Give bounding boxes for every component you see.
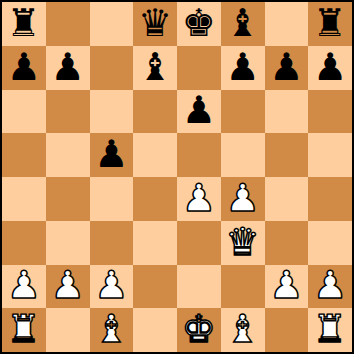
- square-h5[interactable]: [308, 133, 352, 177]
- square-g5[interactable]: [265, 133, 309, 177]
- square-c2[interactable]: ♟: [90, 265, 134, 309]
- square-f7[interactable]: ♟: [221, 46, 265, 90]
- piece-white-rook[interactable]: ♜: [7, 310, 41, 348]
- square-b8[interactable]: [46, 2, 90, 46]
- square-a5[interactable]: [2, 133, 46, 177]
- piece-white-pawn[interactable]: ♟: [7, 266, 41, 304]
- square-g3[interactable]: [265, 221, 309, 265]
- piece-black-pawn[interactable]: ♟: [269, 48, 303, 86]
- piece-white-bishop[interactable]: ♝: [94, 310, 128, 348]
- square-a1[interactable]: ♜: [2, 308, 46, 352]
- piece-white-queen[interactable]: ♛: [226, 223, 260, 261]
- square-e5[interactable]: [177, 133, 221, 177]
- square-e6[interactable]: ♟: [177, 90, 221, 134]
- square-a8[interactable]: ♜: [2, 2, 46, 46]
- piece-black-king[interactable]: ♚: [182, 4, 216, 42]
- square-g8[interactable]: [265, 2, 309, 46]
- square-d1[interactable]: [133, 308, 177, 352]
- piece-black-rook[interactable]: ♜: [313, 4, 347, 42]
- square-b5[interactable]: [46, 133, 90, 177]
- square-g2[interactable]: ♟: [265, 265, 309, 309]
- square-a6[interactable]: [2, 90, 46, 134]
- piece-black-pawn[interactable]: ♟: [313, 48, 347, 86]
- square-d6[interactable]: [133, 90, 177, 134]
- square-g1[interactable]: [265, 308, 309, 352]
- piece-white-pawn[interactable]: ♟: [313, 266, 347, 304]
- piece-black-pawn[interactable]: ♟: [226, 48, 260, 86]
- square-c8[interactable]: [90, 2, 134, 46]
- piece-white-pawn[interactable]: ♟: [94, 266, 128, 304]
- square-b1[interactable]: [46, 308, 90, 352]
- square-e4[interactable]: ♟: [177, 177, 221, 221]
- square-b6[interactable]: [46, 90, 90, 134]
- square-h7[interactable]: ♟: [308, 46, 352, 90]
- square-a2[interactable]: ♟: [2, 265, 46, 309]
- piece-black-pawn[interactable]: ♟: [182, 91, 216, 129]
- piece-black-pawn[interactable]: ♟: [51, 48, 85, 86]
- square-f8[interactable]: ♝: [221, 2, 265, 46]
- square-h6[interactable]: [308, 90, 352, 134]
- square-e8[interactable]: ♚: [177, 2, 221, 46]
- piece-black-pawn[interactable]: ♟: [7, 48, 41, 86]
- piece-black-pawn[interactable]: ♟: [94, 135, 128, 173]
- square-f5[interactable]: [221, 133, 265, 177]
- square-a4[interactable]: [2, 177, 46, 221]
- square-f4[interactable]: ♟: [221, 177, 265, 221]
- square-b7[interactable]: ♟: [46, 46, 90, 90]
- square-d2[interactable]: [133, 265, 177, 309]
- square-f2[interactable]: [221, 265, 265, 309]
- square-h4[interactable]: [308, 177, 352, 221]
- chess-board: ♜♛♚♝♜♟♟♝♟♟♟♟♟♟♟♛♟♟♟♟♟♜♝♚♝♜: [2, 2, 352, 352]
- square-e7[interactable]: [177, 46, 221, 90]
- square-h2[interactable]: ♟: [308, 265, 352, 309]
- square-c1[interactable]: ♝: [90, 308, 134, 352]
- piece-white-pawn[interactable]: ♟: [269, 266, 303, 304]
- square-g6[interactable]: [265, 90, 309, 134]
- square-c3[interactable]: [90, 221, 134, 265]
- piece-black-queen[interactable]: ♛: [138, 4, 172, 42]
- piece-black-rook[interactable]: ♜: [7, 4, 41, 42]
- square-d7[interactable]: ♝: [133, 46, 177, 90]
- square-h1[interactable]: ♜: [308, 308, 352, 352]
- square-b4[interactable]: [46, 177, 90, 221]
- piece-white-pawn[interactable]: ♟: [182, 179, 216, 217]
- square-f3[interactable]: ♛: [221, 221, 265, 265]
- square-d8[interactable]: ♛: [133, 2, 177, 46]
- square-c5[interactable]: ♟: [90, 133, 134, 177]
- square-h3[interactable]: [308, 221, 352, 265]
- square-e3[interactable]: [177, 221, 221, 265]
- square-h8[interactable]: ♜: [308, 2, 352, 46]
- square-d5[interactable]: [133, 133, 177, 177]
- square-a3[interactable]: [2, 221, 46, 265]
- square-c6[interactable]: [90, 90, 134, 134]
- piece-white-bishop[interactable]: ♝: [226, 310, 260, 348]
- square-f1[interactable]: ♝: [221, 308, 265, 352]
- piece-black-bishop[interactable]: ♝: [138, 48, 172, 86]
- square-d3[interactable]: [133, 221, 177, 265]
- square-d4[interactable]: [133, 177, 177, 221]
- piece-white-pawn[interactable]: ♟: [226, 179, 260, 217]
- square-a7[interactable]: ♟: [2, 46, 46, 90]
- piece-white-king[interactable]: ♚: [182, 310, 216, 348]
- square-f6[interactable]: [221, 90, 265, 134]
- square-e2[interactable]: [177, 265, 221, 309]
- chess-board-frame: ♜♛♚♝♜♟♟♝♟♟♟♟♟♟♟♛♟♟♟♟♟♜♝♚♝♜: [0, 0, 354, 354]
- square-c7[interactable]: [90, 46, 134, 90]
- piece-white-pawn[interactable]: ♟: [51, 266, 85, 304]
- square-e1[interactable]: ♚: [177, 308, 221, 352]
- piece-white-rook[interactable]: ♜: [313, 310, 347, 348]
- square-b2[interactable]: ♟: [46, 265, 90, 309]
- square-b3[interactable]: [46, 221, 90, 265]
- square-g7[interactable]: ♟: [265, 46, 309, 90]
- square-c4[interactable]: [90, 177, 134, 221]
- piece-black-bishop[interactable]: ♝: [226, 4, 260, 42]
- square-g4[interactable]: [265, 177, 309, 221]
